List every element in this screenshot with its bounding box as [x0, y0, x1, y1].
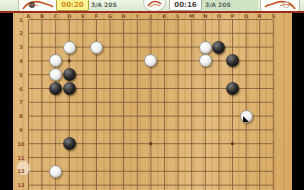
column-label-A: A	[27, 13, 31, 19]
white-byoyomi-setting: 3/A 20S	[205, 1, 231, 8]
move-cursor-stone-Q8[interactable]	[240, 110, 253, 123]
white-clock: 00:16	[169, 0, 202, 11]
column-label-P: P	[231, 13, 235, 19]
stone-black-P6	[226, 82, 239, 95]
stone-white-N3	[199, 41, 212, 54]
row-label-7: 7	[19, 99, 22, 105]
row-label-12: 12	[18, 168, 25, 174]
black-byoyomi-setting: 3/A 20S	[91, 1, 117, 8]
stone-white-C12	[49, 165, 62, 178]
column-label-E: E	[81, 13, 84, 19]
column-label-B: B	[40, 13, 44, 19]
column-label-J: J	[150, 13, 152, 19]
row-label-4: 4	[19, 58, 22, 64]
black-clock: 00:20	[56, 0, 89, 11]
referee-hand-icon	[144, 0, 165, 11]
stone-black-D10	[63, 137, 76, 150]
row-label-1: 1	[19, 17, 22, 23]
white-player-hand-icon	[260, 0, 300, 11]
stone-white-D3	[63, 41, 76, 54]
top-bar: 00:20 3/A 20S 00:16 3/A 20S	[0, 0, 304, 11]
column-label-M: M	[189, 13, 194, 19]
row-label-6: 6	[19, 86, 22, 92]
column-label-L: L	[177, 13, 180, 19]
go-board[interactable]: ABCDEFGHIJKLMNOPQRS12345678910111213	[0, 11, 304, 190]
column-label-O: O	[217, 13, 221, 19]
row-label-5: 5	[19, 72, 22, 78]
stone-black-D6	[63, 82, 76, 95]
star-point	[231, 142, 234, 145]
column-label-F: F	[95, 13, 98, 19]
hand-holding-stone-icon	[19, 0, 57, 11]
column-label-G: G	[108, 13, 112, 19]
row-label-13: 13	[18, 182, 25, 188]
center-referee-icon	[143, 0, 166, 11]
column-label-C: C	[54, 13, 58, 19]
column-label-H: H	[122, 13, 126, 19]
column-label-K: K	[163, 13, 167, 19]
stone-white-F3	[90, 41, 103, 54]
star-point	[68, 59, 71, 62]
star-point	[149, 142, 152, 145]
column-label-I: I	[136, 13, 138, 19]
board-grid	[0, 11, 304, 190]
column-label-Q: Q	[244, 13, 248, 19]
stone-black-D5	[63, 68, 76, 81]
row-label-9: 9	[19, 127, 22, 133]
row-label-11: 11	[18, 155, 25, 161]
hand-holding-stone-icon	[261, 0, 299, 11]
column-label-N: N	[203, 13, 207, 19]
cursor-triangle-icon	[243, 116, 249, 122]
column-label-R: R	[258, 13, 262, 19]
column-label-D: D	[67, 13, 71, 19]
go-app-screen: 00:20 3/A 20S 00:16 3/A 20S ABCDEFGHIJKL…	[0, 0, 304, 190]
stone-black-O3	[212, 41, 225, 54]
row-label-8: 8	[19, 113, 22, 119]
black-player-hand-icon	[18, 0, 58, 11]
column-label-S: S	[271, 13, 275, 19]
row-label-10: 10	[18, 141, 25, 147]
row-label-3: 3	[19, 44, 22, 50]
row-label-2: 2	[19, 30, 22, 36]
